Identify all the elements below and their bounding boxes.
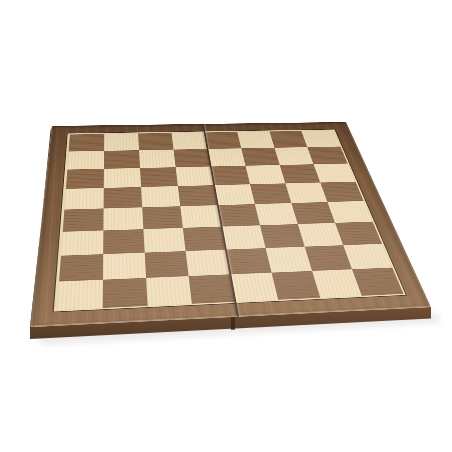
board-square [171,132,207,149]
board-square [143,228,185,253]
board-square [146,276,192,305]
board-square [60,231,103,256]
board-square [255,203,298,225]
board-square [138,133,174,150]
board-square [188,275,235,304]
board-square [352,268,402,296]
board-square [185,250,230,277]
fold-seam-side [231,317,235,330]
board-square [211,166,250,185]
board-square [103,187,142,209]
board-square [56,280,102,310]
board-square [142,206,183,229]
board-square [344,244,392,270]
board-square [103,207,143,230]
board-square [250,183,291,204]
board-square [214,184,255,205]
board-square [59,254,103,281]
board-square [307,146,347,164]
board-square [175,166,214,186]
board-square [62,208,103,231]
product-photo [0,0,452,452]
board-square [320,182,363,202]
board-square [173,149,210,167]
board-square [208,148,246,166]
board-square [104,150,140,169]
board-square [103,229,145,254]
board-square [335,222,381,246]
board-square [302,130,340,147]
board-square [144,251,188,278]
board-square [64,188,103,210]
board-square [246,165,286,184]
board-square [328,201,372,223]
board-square [102,278,147,308]
board-square [139,149,176,167]
board-square [103,253,146,280]
board-square [230,273,278,302]
board-square [103,168,140,188]
board-square [205,132,242,149]
board-square [241,148,280,166]
board-square [65,169,103,189]
board-square [226,248,272,274]
playing-field [53,129,407,312]
board-square [222,225,266,249]
board-square [140,167,178,187]
board-square [141,186,180,207]
board-square [178,185,218,206]
board-square [104,133,139,150]
board-square [314,163,355,182]
board-square [67,151,104,170]
board-square [183,227,226,252]
board-square [237,131,274,148]
board-square [218,204,260,227]
board-square [68,134,104,152]
board-square [180,205,222,228]
board-grid [56,130,402,309]
